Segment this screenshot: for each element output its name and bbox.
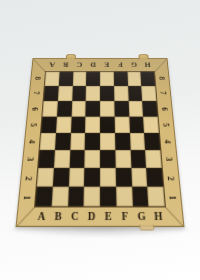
square-f7 <box>114 86 128 101</box>
square-e6 <box>100 101 114 117</box>
square-e8 <box>100 72 114 86</box>
square-b6 <box>57 101 72 117</box>
file-label-top-f: F <box>113 59 127 71</box>
square-g2 <box>131 168 148 187</box>
square-e5 <box>100 117 115 133</box>
square-d3 <box>85 150 100 168</box>
square-d6 <box>86 101 100 117</box>
square-b8 <box>59 72 73 86</box>
square-h7 <box>141 86 156 101</box>
file-label-top-a: A <box>45 59 59 71</box>
square-f3 <box>115 150 131 168</box>
square-f6 <box>114 101 129 117</box>
square-h3 <box>145 150 162 168</box>
square-d7 <box>86 86 100 101</box>
file-label-top-g: G <box>127 59 141 71</box>
file-label-bottom-c: C <box>66 207 83 225</box>
square-b1 <box>51 187 68 207</box>
file-label-bottom-e: E <box>100 207 117 225</box>
square-f2 <box>115 168 131 187</box>
square-e1 <box>100 187 116 207</box>
square-d1 <box>84 187 100 207</box>
file-label-bottom-a: A <box>32 207 50 225</box>
chess-board: ABCDEFGH ABCDEFGH 87654321 87654321 <box>16 58 185 227</box>
file-label-top-h: H <box>140 59 154 71</box>
square-e4 <box>100 133 115 150</box>
square-c3 <box>69 150 85 168</box>
square-e3 <box>100 150 115 168</box>
square-b4 <box>55 133 71 150</box>
file-label-top-b: B <box>59 59 73 71</box>
square-b5 <box>56 117 71 133</box>
square-a1 <box>35 187 52 207</box>
square-g6 <box>128 101 143 117</box>
file-labels-top: ABCDEFGH <box>45 59 155 71</box>
square-d2 <box>84 168 100 187</box>
square-a3 <box>38 150 55 168</box>
square-h8 <box>141 72 156 86</box>
square-b7 <box>58 86 73 101</box>
square-h6 <box>142 101 157 117</box>
square-c7 <box>72 86 86 101</box>
square-h5 <box>143 117 159 133</box>
square-c4 <box>70 133 85 150</box>
square-g1 <box>132 187 149 207</box>
squares-grid <box>34 71 166 208</box>
file-label-top-d: D <box>86 59 100 71</box>
square-h4 <box>144 133 160 150</box>
square-g8 <box>127 72 141 86</box>
file-label-bottom-f: F <box>117 207 134 225</box>
square-d4 <box>85 133 100 150</box>
square-c2 <box>68 168 84 187</box>
square-c8 <box>72 72 86 86</box>
square-f4 <box>115 133 130 150</box>
square-g3 <box>130 150 146 168</box>
file-labels-bottom: ABCDEFGH <box>32 207 167 225</box>
file-label-top-e: E <box>100 59 114 71</box>
file-label-bottom-g: G <box>133 207 151 225</box>
square-b3 <box>54 150 70 168</box>
square-b2 <box>53 168 70 187</box>
square-f5 <box>114 117 129 133</box>
square-e7 <box>100 86 114 101</box>
square-a4 <box>40 133 56 150</box>
square-a2 <box>37 168 54 187</box>
square-d5 <box>85 117 100 133</box>
square-a7 <box>44 86 59 101</box>
square-c1 <box>68 187 85 207</box>
square-h2 <box>146 168 163 187</box>
file-label-top-c: C <box>73 59 87 71</box>
square-g4 <box>130 133 146 150</box>
square-c6 <box>71 101 86 117</box>
square-f8 <box>114 72 128 86</box>
square-g7 <box>128 86 143 101</box>
file-label-bottom-b: B <box>49 207 67 225</box>
square-e2 <box>100 168 116 187</box>
square-g5 <box>129 117 144 133</box>
file-label-bottom-d: D <box>83 207 100 225</box>
square-d8 <box>86 72 100 86</box>
file-label-bottom-h: H <box>150 207 168 225</box>
product-photo: ABCDEFGH ABCDEFGH 87654321 87654321 <box>0 0 200 280</box>
square-a5 <box>41 117 57 133</box>
corner-joint <box>165 207 184 227</box>
square-c5 <box>71 117 86 133</box>
square-a6 <box>42 101 57 117</box>
square-h1 <box>147 187 164 207</box>
square-f1 <box>116 187 133 207</box>
square-a8 <box>45 72 60 86</box>
